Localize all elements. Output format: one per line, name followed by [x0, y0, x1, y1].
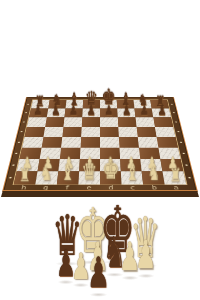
- square: [153, 117, 173, 126]
- square: [43, 127, 63, 137]
- square: [119, 148, 140, 159]
- board-frame: ♜♞♝♛♚♝♞♜♟♟♟♟♟♟♟♟♟♟♟♟♟♟♟♟♜♞♝♛♚♝♞♜ hgfedcb…: [2, 97, 198, 192]
- square: ♝: [117, 100, 135, 108]
- square: ♚: [100, 100, 117, 108]
- square: [81, 127, 100, 137]
- square: [118, 117, 137, 126]
- square: [100, 117, 118, 126]
- dark-bishop: ♝: [120, 91, 131, 108]
- square: ♝: [66, 100, 84, 108]
- square: ♟: [47, 108, 66, 117]
- square: [139, 148, 160, 159]
- square: ♟: [117, 108, 135, 117]
- square: [45, 117, 64, 126]
- square: [82, 117, 100, 126]
- square: ♝: [57, 171, 79, 184]
- square: [155, 127, 176, 137]
- square: [100, 127, 119, 137]
- dark-pawn: ♟: [87, 252, 110, 294]
- square: [62, 127, 81, 137]
- square: [81, 137, 100, 148]
- square: [119, 137, 139, 148]
- square: ♟: [140, 159, 162, 171]
- square: [27, 117, 47, 126]
- square: [137, 127, 157, 137]
- dark-rook: ♜: [156, 94, 165, 108]
- square: ♟: [100, 108, 118, 117]
- square: ♚: [100, 171, 122, 184]
- square: ♞: [142, 171, 165, 184]
- square: ♜: [14, 171, 38, 184]
- square: ♟: [100, 159, 121, 171]
- dark-knight: ♞: [52, 93, 62, 108]
- square: [157, 137, 178, 148]
- square: ♞: [134, 100, 152, 108]
- square: ♟: [58, 159, 80, 171]
- square: ♟: [29, 108, 48, 117]
- light-rook: ♜: [170, 166, 182, 184]
- square: [61, 137, 81, 148]
- light-pawn: ♟: [135, 236, 156, 275]
- square: ♟: [17, 159, 40, 171]
- square: ♟: [79, 159, 100, 171]
- square: [20, 148, 42, 159]
- dark-rook: ♜: [35, 94, 44, 108]
- chess-board: ♜♞♝♛♚♝♞♜♟♟♟♟♟♟♟♟♟♟♟♟♟♟♟♟♜♞♝♛♚♝♞♜ hgfedcb…: [2, 0, 198, 192]
- light-rook: ♜: [19, 166, 31, 184]
- square: ♛: [83, 100, 100, 108]
- square: ♜: [31, 100, 50, 108]
- square: ♟: [160, 159, 183, 171]
- square: ♟: [38, 159, 60, 171]
- dark-queen: ♛: [85, 89, 98, 108]
- dark-knight: ♞: [138, 93, 148, 108]
- board-squares: ♜♞♝♛♚♝♞♜♟♟♟♟♟♟♟♟♟♟♟♟♟♟♟♟♜♞♝♛♚♝♞♜: [14, 100, 187, 184]
- square: ♟: [82, 108, 100, 117]
- dark-bishop: ♝: [69, 91, 80, 108]
- square: [100, 148, 120, 159]
- square: ♟: [134, 108, 153, 117]
- square: ♟: [65, 108, 83, 117]
- square: ♛: [78, 171, 100, 184]
- square: [40, 148, 61, 159]
- square: ♞: [48, 100, 66, 108]
- square: ♜: [150, 100, 169, 108]
- square: [80, 148, 100, 159]
- square: ♝: [121, 171, 143, 184]
- chess-set-photo: ♜♞♝♛♚♝♞♜♟♟♟♟♟♟♟♟♟♟♟♟♟♟♟♟♜♞♝♛♚♝♞♜ hgfedcb…: [0, 0, 200, 300]
- square: ♞: [35, 171, 58, 184]
- square: ♟: [152, 108, 171, 117]
- square: [63, 117, 82, 126]
- spare-pieces-group: ♛♚♚♛♟♟♟♞♟♟♟: [0, 195, 200, 300]
- square: [158, 148, 180, 159]
- square: [138, 137, 159, 148]
- square: [135, 117, 154, 126]
- dark-king: ♚: [102, 87, 116, 108]
- square: [100, 137, 119, 148]
- square: [25, 127, 46, 137]
- square: [60, 148, 81, 159]
- square: ♜: [162, 171, 186, 184]
- square: [22, 137, 43, 148]
- square: [118, 127, 137, 137]
- square: ♟: [120, 159, 142, 171]
- square: [42, 137, 63, 148]
